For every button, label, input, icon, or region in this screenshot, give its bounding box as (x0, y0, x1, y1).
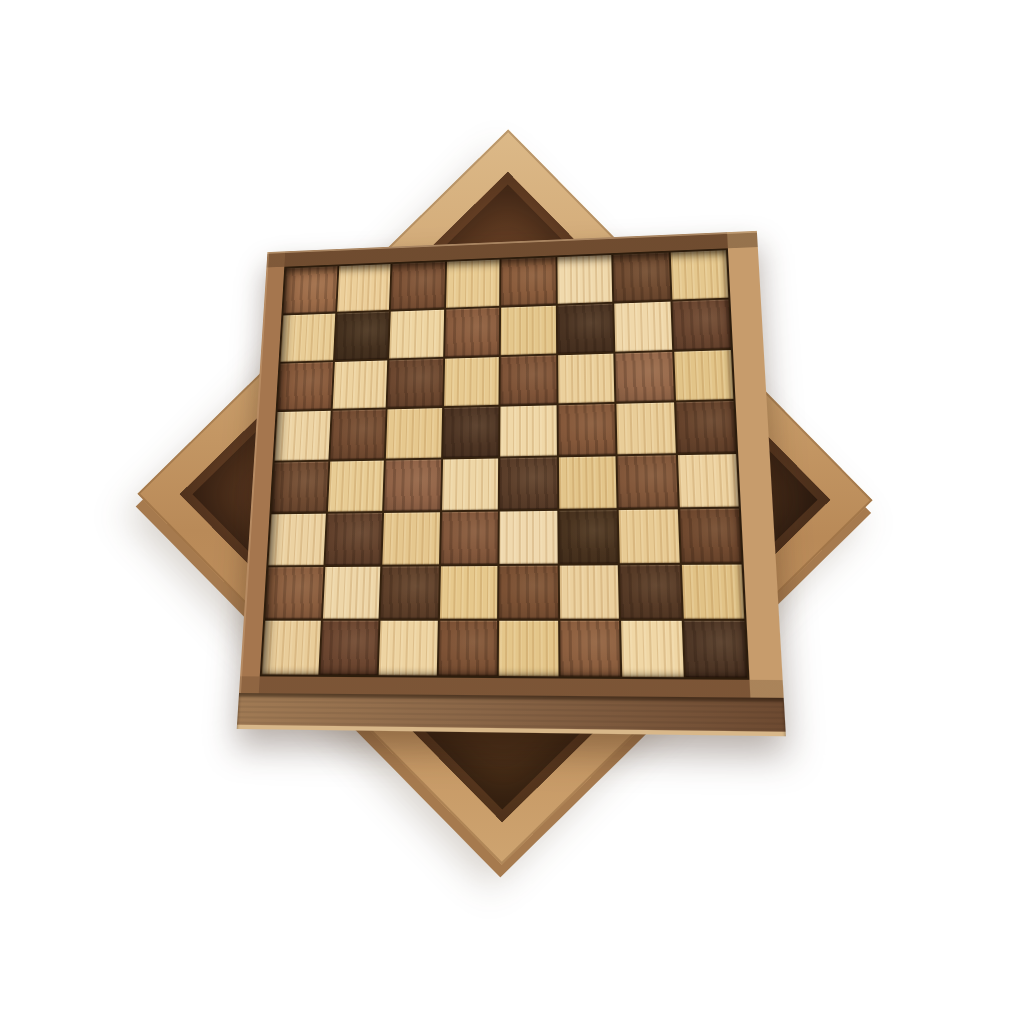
board-cell-c7-dark (381, 566, 439, 619)
top-tray-front-wall (237, 693, 786, 736)
board-cell-b2-dark (334, 311, 388, 359)
board-cell-b3-light (332, 360, 387, 409)
board-cell-c8-light (379, 621, 438, 675)
board-cell-g1-dark (613, 253, 670, 302)
board-cell-b1-light (337, 264, 391, 311)
board-cell-h6-dark (679, 508, 741, 562)
board-cell-g4-light (616, 403, 675, 455)
board-cell-d1-light (446, 260, 500, 308)
board-cell-b7-light (322, 566, 380, 619)
board-cell-g7-dark (620, 564, 681, 619)
board-cell-c6-light (382, 512, 439, 564)
board-cell-e2-light (501, 306, 556, 355)
board-cell-e7-dark (499, 565, 557, 619)
board-cell-g6-light (619, 509, 679, 563)
board-cell-d3-light (444, 357, 499, 407)
board-cell-f8-dark (560, 621, 620, 677)
board-cell-a6-light (268, 513, 325, 564)
board-cell-g8-light (621, 621, 683, 677)
board-cell-h2-dark (672, 299, 731, 349)
board-cell-f1-light (557, 255, 612, 304)
board-cell-f4-dark (558, 404, 615, 455)
board-cell-d5-light (442, 458, 499, 510)
board-cell-a8-light (262, 621, 321, 675)
product-photo-scene (0, 0, 1024, 1024)
board-cell-d2-dark (445, 308, 500, 357)
board-cell-h3-light (674, 350, 734, 401)
board-cell-e5-dark (500, 457, 557, 509)
board-cell-a5-dark (272, 462, 328, 513)
board-cell-b4-dark (330, 410, 386, 460)
board-cell-f5-light (558, 456, 616, 508)
board-cell-d4-dark (443, 407, 499, 458)
board-cell-f6-dark (559, 510, 618, 563)
board-cell-a7-dark (265, 567, 323, 619)
board-cell-e8-light (499, 621, 558, 676)
checkerboard-grid (260, 248, 750, 680)
board-cell-d6-dark (441, 511, 498, 563)
board-cell-c2-light (389, 310, 443, 359)
top-tray (237, 231, 786, 736)
board-cell-g2-light (614, 301, 671, 351)
board-cell-h5-light (677, 454, 738, 507)
board-cell-c1-dark (391, 262, 445, 310)
board-cell-e6-light (499, 511, 557, 564)
board-cell-a3-dark (278, 362, 333, 411)
board-cell-b5-light (327, 461, 383, 512)
board-cell-f2-dark (557, 303, 613, 353)
board-cell-d8-dark (438, 621, 497, 676)
board-cell-c4-light (386, 408, 442, 458)
board-cell-e4-light (500, 406, 556, 457)
board-cell-g5-dark (618, 455, 678, 508)
board-cell-h4-dark (676, 401, 736, 453)
board-cell-a4-light (275, 411, 331, 461)
board-cell-d7-light (439, 565, 497, 618)
board-cell-c3-dark (388, 358, 443, 407)
board-cell-e1-dark (501, 257, 555, 305)
board-cell-g3-dark (615, 351, 673, 402)
board-cell-f7-light (559, 565, 619, 619)
board-cell-e3-dark (500, 355, 556, 405)
board-cell-a1-dark (283, 266, 337, 313)
board-cell-h8-dark (683, 621, 747, 677)
board-frame (239, 231, 784, 698)
board-cell-h1-light (670, 250, 728, 299)
board-cell-h7-light (681, 564, 744, 619)
board-cell-b8-dark (320, 621, 379, 675)
board-cell-b6-dark (325, 513, 382, 565)
board-cell-f3-light (558, 353, 615, 403)
board-cell-a2-light (280, 313, 334, 361)
board-cell-c5-dark (384, 460, 440, 511)
